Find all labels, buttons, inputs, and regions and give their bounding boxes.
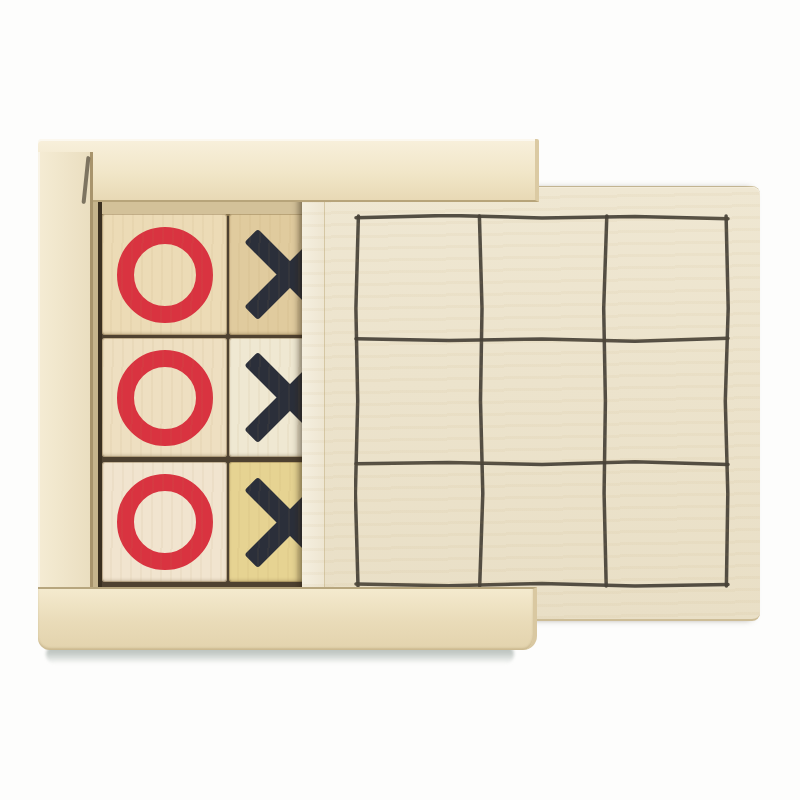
tictactoe-grid (354, 214, 730, 589)
o-piece (117, 350, 213, 446)
box-bottom-rail (38, 587, 537, 650)
o-piece (117, 227, 213, 323)
product-photo-tictactoe (0, 0, 800, 800)
box-left-rail (38, 152, 93, 642)
o-tile (102, 462, 227, 582)
box-top-rail (38, 139, 539, 202)
sliding-lid (302, 187, 760, 621)
o-tile (102, 338, 227, 457)
lid-left-edge (302, 188, 325, 619)
o-tile (102, 214, 227, 335)
o-piece (117, 474, 213, 570)
